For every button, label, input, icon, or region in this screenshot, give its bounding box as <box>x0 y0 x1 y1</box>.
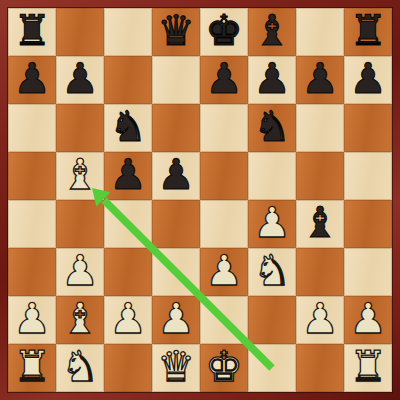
chess-board: ♜♛♚♝♜♟♟♟♟♟♟♞♞♝♟♟♟♝♟♟♞♟♝♟♟♟♟♜♞♛♚♜ <box>8 8 392 392</box>
black-pawn-a7[interactable]: ♟ <box>13 58 51 102</box>
square-g8[interactable] <box>296 8 344 56</box>
black-bishop-f8[interactable]: ♝ <box>253 10 291 54</box>
square-f6[interactable]: ♞ <box>248 104 296 152</box>
square-c3[interactable] <box>104 248 152 296</box>
square-e6[interactable] <box>200 104 248 152</box>
white-pawn-h2[interactable]: ♟ <box>349 298 387 342</box>
square-a6[interactable] <box>8 104 56 152</box>
square-a3[interactable] <box>8 248 56 296</box>
square-b2[interactable]: ♝ <box>56 296 104 344</box>
black-bishop-g4[interactable]: ♝ <box>301 202 339 246</box>
square-g7[interactable]: ♟ <box>296 56 344 104</box>
square-a8[interactable]: ♜ <box>8 8 56 56</box>
black-rook-h8[interactable]: ♜ <box>349 10 387 54</box>
square-f8[interactable]: ♝ <box>248 8 296 56</box>
black-knight-f6[interactable]: ♞ <box>253 106 291 150</box>
black-pawn-d5[interactable]: ♟ <box>157 154 195 198</box>
square-b5[interactable]: ♝ <box>56 152 104 200</box>
square-g5[interactable] <box>296 152 344 200</box>
square-b6[interactable] <box>56 104 104 152</box>
square-b4[interactable] <box>56 200 104 248</box>
square-b3[interactable]: ♟ <box>56 248 104 296</box>
square-f3[interactable]: ♞ <box>248 248 296 296</box>
white-king-e1[interactable]: ♚ <box>205 346 243 390</box>
square-h7[interactable]: ♟ <box>344 56 392 104</box>
square-e2[interactable] <box>200 296 248 344</box>
black-pawn-e7[interactable]: ♟ <box>205 58 243 102</box>
square-h8[interactable]: ♜ <box>344 8 392 56</box>
square-a4[interactable] <box>8 200 56 248</box>
black-pawn-h7[interactable]: ♟ <box>349 58 387 102</box>
square-c5[interactable]: ♟ <box>104 152 152 200</box>
white-bishop-b5[interactable]: ♝ <box>61 154 99 198</box>
black-pawn-g7[interactable]: ♟ <box>301 58 339 102</box>
square-d8[interactable]: ♛ <box>152 8 200 56</box>
square-c7[interactable] <box>104 56 152 104</box>
square-c6[interactable]: ♞ <box>104 104 152 152</box>
square-d3[interactable] <box>152 248 200 296</box>
white-pawn-a2[interactable]: ♟ <box>13 298 51 342</box>
white-pawn-e3[interactable]: ♟ <box>205 250 243 294</box>
white-knight-b1[interactable]: ♞ <box>61 346 99 390</box>
square-h1[interactable]: ♜ <box>344 344 392 392</box>
square-g6[interactable] <box>296 104 344 152</box>
square-e8[interactable]: ♚ <box>200 8 248 56</box>
white-pawn-g2[interactable]: ♟ <box>301 298 339 342</box>
square-d2[interactable]: ♟ <box>152 296 200 344</box>
square-e1[interactable]: ♚ <box>200 344 248 392</box>
square-f2[interactable] <box>248 296 296 344</box>
white-knight-f3[interactable]: ♞ <box>253 250 291 294</box>
black-queen-d8[interactable]: ♛ <box>157 10 195 54</box>
white-pawn-d2[interactable]: ♟ <box>157 298 195 342</box>
white-rook-h1[interactable]: ♜ <box>349 346 387 390</box>
square-c1[interactable] <box>104 344 152 392</box>
square-d5[interactable]: ♟ <box>152 152 200 200</box>
white-pawn-b3[interactable]: ♟ <box>61 250 99 294</box>
black-pawn-f7[interactable]: ♟ <box>253 58 291 102</box>
square-c4[interactable] <box>104 200 152 248</box>
square-g4[interactable]: ♝ <box>296 200 344 248</box>
white-pawn-c2[interactable]: ♟ <box>109 298 147 342</box>
square-a5[interactable] <box>8 152 56 200</box>
square-h4[interactable] <box>344 200 392 248</box>
white-rook-a1[interactable]: ♜ <box>13 346 51 390</box>
square-h3[interactable] <box>344 248 392 296</box>
square-h6[interactable] <box>344 104 392 152</box>
square-d4[interactable] <box>152 200 200 248</box>
square-h5[interactable] <box>344 152 392 200</box>
square-g3[interactable] <box>296 248 344 296</box>
square-f1[interactable] <box>248 344 296 392</box>
square-b1[interactable]: ♞ <box>56 344 104 392</box>
white-queen-d1[interactable]: ♛ <box>157 346 195 390</box>
square-f4[interactable]: ♟ <box>248 200 296 248</box>
black-pawn-c5[interactable]: ♟ <box>109 154 147 198</box>
square-h2[interactable]: ♟ <box>344 296 392 344</box>
square-d6[interactable] <box>152 104 200 152</box>
black-king-e8[interactable]: ♚ <box>205 10 243 54</box>
square-b8[interactable] <box>56 8 104 56</box>
square-a2[interactable]: ♟ <box>8 296 56 344</box>
square-e4[interactable] <box>200 200 248 248</box>
black-pawn-b7[interactable]: ♟ <box>61 58 99 102</box>
square-e7[interactable]: ♟ <box>200 56 248 104</box>
square-a1[interactable]: ♜ <box>8 344 56 392</box>
black-rook-a8[interactable]: ♜ <box>13 10 51 54</box>
square-e5[interactable] <box>200 152 248 200</box>
white-pawn-f4[interactable]: ♟ <box>253 202 291 246</box>
square-a7[interactable]: ♟ <box>8 56 56 104</box>
square-g2[interactable]: ♟ <box>296 296 344 344</box>
square-d7[interactable] <box>152 56 200 104</box>
black-knight-c6[interactable]: ♞ <box>109 106 147 150</box>
square-f5[interactable] <box>248 152 296 200</box>
square-c2[interactable]: ♟ <box>104 296 152 344</box>
square-c8[interactable] <box>104 8 152 56</box>
board-frame: ♜♛♚♝♜♟♟♟♟♟♟♞♞♝♟♟♟♝♟♟♞♟♝♟♟♟♟♜♞♛♚♜ <box>0 0 400 400</box>
square-b7[interactable]: ♟ <box>56 56 104 104</box>
square-g1[interactable] <box>296 344 344 392</box>
square-f7[interactable]: ♟ <box>248 56 296 104</box>
square-e3[interactable]: ♟ <box>200 248 248 296</box>
square-d1[interactable]: ♛ <box>152 344 200 392</box>
white-bishop-b2[interactable]: ♝ <box>61 298 99 342</box>
